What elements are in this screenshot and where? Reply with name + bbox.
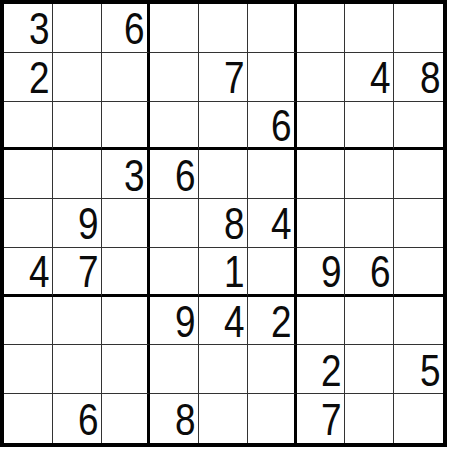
given-digit: 7 [224, 55, 247, 100]
cell-r3c6[interactable]: 6 [248, 102, 297, 151]
cell-r9c4[interactable]: 8 [150, 394, 199, 443]
cell-r1c1[interactable]: 3 [4, 4, 53, 53]
given-digit: 5 [420, 348, 443, 393]
cell-r7c5[interactable]: 4 [199, 297, 248, 346]
cell-r9c5[interactable] [199, 394, 248, 443]
cell-r9c9[interactable] [394, 394, 443, 443]
cell-r9c3[interactable] [102, 394, 151, 443]
given-digit: 9 [321, 249, 344, 294]
cell-r8c3[interactable] [102, 345, 151, 394]
cell-r1c8[interactable] [345, 4, 394, 53]
cell-r2c4[interactable] [150, 53, 199, 102]
cell-r3c9[interactable] [394, 102, 443, 151]
cell-r7c1[interactable] [4, 297, 53, 346]
given-digit: 3 [29, 6, 52, 51]
cell-r1c9[interactable] [394, 4, 443, 53]
given-digit: 2 [271, 299, 294, 344]
cell-r6c7[interactable]: 9 [297, 248, 346, 297]
cell-r7c4[interactable]: 9 [150, 297, 199, 346]
cell-r5c1[interactable] [4, 199, 53, 248]
cell-r3c4[interactable] [150, 102, 199, 151]
given-digit: 4 [29, 249, 52, 294]
cell-r8c9[interactable]: 5 [394, 345, 443, 394]
cell-r4c1[interactable] [4, 150, 53, 199]
cell-r1c5[interactable] [199, 4, 248, 53]
cell-r9c8[interactable] [345, 394, 394, 443]
cell-r2c1[interactable]: 2 [4, 53, 53, 102]
given-digit: 8 [175, 397, 198, 442]
given-digit: 6 [175, 153, 198, 198]
cell-r6c3[interactable] [102, 248, 151, 297]
cell-r4c4[interactable]: 6 [150, 150, 199, 199]
cell-r5c9[interactable] [394, 199, 443, 248]
cell-r3c8[interactable] [345, 102, 394, 151]
cell-r7c2[interactable] [53, 297, 102, 346]
cell-r7c9[interactable] [394, 297, 443, 346]
cell-r7c6[interactable]: 2 [248, 297, 297, 346]
cell-r2c8[interactable]: 4 [345, 53, 394, 102]
given-digit: 9 [175, 299, 198, 344]
cell-r3c1[interactable] [4, 102, 53, 151]
given-digit: 6 [370, 249, 393, 294]
cell-r4c8[interactable] [345, 150, 394, 199]
cell-r6c2[interactable]: 7 [53, 248, 102, 297]
cell-r4c5[interactable] [199, 150, 248, 199]
given-digit: 6 [78, 397, 101, 442]
cell-r2c3[interactable] [102, 53, 151, 102]
cell-r2c2[interactable] [53, 53, 102, 102]
cell-r7c8[interactable] [345, 297, 394, 346]
cell-r2c5[interactable]: 7 [199, 53, 248, 102]
cell-r2c9[interactable]: 8 [394, 53, 443, 102]
cell-r6c9[interactable] [394, 248, 443, 297]
given-digit: 1 [224, 249, 247, 294]
given-digit: 2 [321, 348, 344, 393]
cell-r6c8[interactable]: 6 [345, 248, 394, 297]
given-digit: 7 [78, 249, 101, 294]
cell-r6c1[interactable]: 4 [4, 248, 53, 297]
cell-r6c6[interactable] [248, 248, 297, 297]
cell-r4c7[interactable] [297, 150, 346, 199]
cell-r8c8[interactable] [345, 345, 394, 394]
given-digit: 4 [370, 55, 393, 100]
cell-r5c6[interactable]: 4 [248, 199, 297, 248]
given-digit: 6 [124, 6, 147, 51]
cell-r9c1[interactable] [4, 394, 53, 443]
given-digit: 4 [271, 201, 294, 246]
cell-r4c2[interactable] [53, 150, 102, 199]
cell-r8c2[interactable] [53, 345, 102, 394]
given-digit: 3 [124, 153, 147, 198]
cell-r7c3[interactable] [102, 297, 151, 346]
given-digit: 9 [78, 201, 101, 246]
given-digit: 8 [224, 201, 247, 246]
cell-r9c6[interactable] [248, 394, 297, 443]
cell-r3c5[interactable] [199, 102, 248, 151]
cell-r1c7[interactable] [297, 4, 346, 53]
given-digit: 8 [420, 55, 443, 100]
cell-r5c2[interactable]: 9 [53, 199, 102, 248]
cell-r4c3[interactable]: 3 [102, 150, 151, 199]
given-digit: 7 [321, 397, 344, 442]
cell-r1c6[interactable] [248, 4, 297, 53]
sudoku-board: 3627486369844719694225687 [0, 0, 447, 447]
cell-r1c2[interactable] [53, 4, 102, 53]
cell-r9c2[interactable]: 6 [53, 394, 102, 443]
cell-r5c8[interactable] [345, 199, 394, 248]
cell-r5c4[interactable] [150, 199, 199, 248]
cell-r1c4[interactable] [150, 4, 199, 53]
given-digit: 2 [29, 55, 52, 100]
cell-r5c7[interactable] [297, 199, 346, 248]
given-digit: 4 [224, 299, 247, 344]
cell-r6c4[interactable] [150, 248, 199, 297]
cell-r5c5[interactable]: 8 [199, 199, 248, 248]
cell-r4c9[interactable] [394, 150, 443, 199]
cell-r8c1[interactable] [4, 345, 53, 394]
cell-r2c6[interactable] [248, 53, 297, 102]
cell-r6c5[interactable]: 1 [199, 248, 248, 297]
cell-r8c5[interactable] [199, 345, 248, 394]
cell-r9c7[interactable]: 7 [297, 394, 346, 443]
cell-r7c7[interactable] [297, 297, 346, 346]
cell-r8c6[interactable] [248, 345, 297, 394]
given-digit: 6 [271, 103, 294, 148]
cell-r2c7[interactable] [297, 53, 346, 102]
cell-r1c3[interactable]: 6 [102, 4, 151, 53]
cell-r3c3[interactable] [102, 102, 151, 151]
cell-r8c7[interactable]: 2 [297, 345, 346, 394]
cell-r3c7[interactable] [297, 102, 346, 151]
cell-r3c2[interactable] [53, 102, 102, 151]
cell-r5c3[interactable] [102, 199, 151, 248]
cell-r8c4[interactable] [150, 345, 199, 394]
cell-r4c6[interactable] [248, 150, 297, 199]
